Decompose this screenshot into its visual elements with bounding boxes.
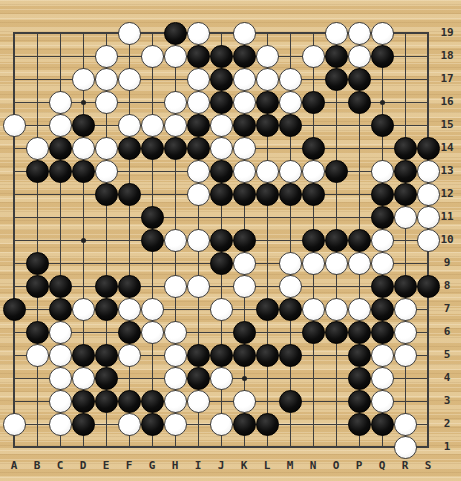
stone-black[interactable] xyxy=(141,229,164,252)
stone-white[interactable] xyxy=(72,137,95,160)
stone-black[interactable] xyxy=(26,275,49,298)
stone-black[interactable] xyxy=(256,114,279,137)
stone-black[interactable] xyxy=(187,344,210,367)
column-label-F: F xyxy=(121,459,137,473)
stone-black[interactable] xyxy=(325,68,348,91)
stone-white[interactable] xyxy=(233,390,256,413)
stone-black[interactable] xyxy=(72,114,95,137)
stone-white[interactable] xyxy=(256,68,279,91)
stone-black[interactable] xyxy=(348,390,371,413)
stone-black[interactable] xyxy=(72,390,95,413)
stone-white[interactable] xyxy=(210,367,233,390)
stone-black[interactable] xyxy=(394,137,417,160)
stone-white[interactable] xyxy=(210,137,233,160)
stone-black[interactable] xyxy=(95,390,118,413)
stone-white[interactable] xyxy=(394,206,417,229)
stone-black[interactable] xyxy=(233,183,256,206)
stone-black[interactable] xyxy=(325,160,348,183)
stone-black[interactable] xyxy=(233,321,256,344)
stone-black[interactable] xyxy=(95,367,118,390)
stone-black[interactable] xyxy=(394,275,417,298)
stone-white[interactable] xyxy=(26,344,49,367)
stone-white[interactable] xyxy=(279,275,302,298)
row-label-9: 9 xyxy=(436,256,458,270)
stone-white[interactable] xyxy=(141,114,164,137)
stone-black[interactable] xyxy=(371,183,394,206)
stone-black[interactable] xyxy=(95,298,118,321)
stone-white[interactable] xyxy=(371,252,394,275)
stone-white[interactable] xyxy=(141,321,164,344)
stone-white[interactable] xyxy=(394,413,417,436)
stone-white[interactable] xyxy=(118,344,141,367)
row-label-12: 12 xyxy=(436,187,458,201)
stone-black[interactable] xyxy=(141,137,164,160)
stone-black[interactable] xyxy=(325,321,348,344)
stone-black[interactable] xyxy=(210,160,233,183)
stone-white[interactable] xyxy=(233,160,256,183)
stone-white[interactable] xyxy=(187,390,210,413)
stone-white[interactable] xyxy=(95,137,118,160)
row-label-13: 13 xyxy=(436,164,458,178)
column-label-K: K xyxy=(236,459,252,473)
stone-white[interactable] xyxy=(164,229,187,252)
column-label-L: L xyxy=(259,459,275,473)
stone-black[interactable] xyxy=(187,137,210,160)
stone-white[interactable] xyxy=(394,436,417,459)
stone-black[interactable] xyxy=(141,390,164,413)
column-label-E: E xyxy=(98,459,114,473)
stone-black[interactable] xyxy=(118,321,141,344)
stone-black[interactable] xyxy=(302,183,325,206)
stone-white[interactable] xyxy=(72,68,95,91)
stone-white[interactable] xyxy=(348,298,371,321)
stone-white[interactable] xyxy=(118,68,141,91)
stone-white[interactable] xyxy=(118,413,141,436)
stone-white[interactable] xyxy=(164,321,187,344)
column-label-O: O xyxy=(328,459,344,473)
stone-black[interactable] xyxy=(210,344,233,367)
stone-white[interactable] xyxy=(279,68,302,91)
stone-black[interactable] xyxy=(118,390,141,413)
stone-black[interactable] xyxy=(49,160,72,183)
stone-white[interactable] xyxy=(49,367,72,390)
row-label-14: 14 xyxy=(436,141,458,155)
stone-black[interactable] xyxy=(371,321,394,344)
stone-white[interactable] xyxy=(118,22,141,45)
column-label-H: H xyxy=(167,459,183,473)
stone-white[interactable] xyxy=(49,390,72,413)
stone-white[interactable] xyxy=(164,344,187,367)
stone-white[interactable] xyxy=(49,114,72,137)
stone-white[interactable] xyxy=(325,252,348,275)
stone-black[interactable] xyxy=(348,344,371,367)
stone-white[interactable] xyxy=(371,390,394,413)
stone-white[interactable] xyxy=(233,68,256,91)
stone-black[interactable] xyxy=(233,344,256,367)
stone-white[interactable] xyxy=(49,91,72,114)
star-point xyxy=(81,238,86,243)
stone-black[interactable] xyxy=(49,298,72,321)
column-label-B: B xyxy=(29,459,45,473)
stone-black[interactable] xyxy=(210,45,233,68)
stone-black[interactable] xyxy=(256,298,279,321)
stone-white[interactable] xyxy=(26,137,49,160)
stone-white[interactable] xyxy=(371,160,394,183)
stone-white[interactable] xyxy=(187,275,210,298)
row-label-4: 4 xyxy=(436,371,458,385)
stone-black[interactable] xyxy=(371,45,394,68)
column-label-I: I xyxy=(190,459,206,473)
stone-white[interactable] xyxy=(141,298,164,321)
row-label-19: 19 xyxy=(436,26,458,40)
stone-white[interactable] xyxy=(187,68,210,91)
column-label-N: N xyxy=(305,459,321,473)
stone-white[interactable] xyxy=(302,45,325,68)
stone-white[interactable] xyxy=(371,344,394,367)
stone-white[interactable] xyxy=(233,91,256,114)
row-label-2: 2 xyxy=(436,417,458,431)
stone-white[interactable] xyxy=(394,344,417,367)
stone-white[interactable] xyxy=(164,275,187,298)
row-label-18: 18 xyxy=(436,49,458,63)
stone-white[interactable] xyxy=(394,321,417,344)
column-label-J: J xyxy=(213,459,229,473)
row-label-15: 15 xyxy=(436,118,458,132)
row-label-6: 6 xyxy=(436,325,458,339)
stone-white[interactable] xyxy=(233,22,256,45)
column-label-A: A xyxy=(6,459,22,473)
stone-black[interactable] xyxy=(279,298,302,321)
stone-white[interactable] xyxy=(187,22,210,45)
stone-black[interactable] xyxy=(95,183,118,206)
stone-white[interactable] xyxy=(49,321,72,344)
stone-white[interactable] xyxy=(49,344,72,367)
stone-black[interactable] xyxy=(210,91,233,114)
row-label-3: 3 xyxy=(436,394,458,408)
stone-white[interactable] xyxy=(95,91,118,114)
row-label-10: 10 xyxy=(436,233,458,247)
stone-black[interactable] xyxy=(325,45,348,68)
star-point xyxy=(380,100,385,105)
stone-black[interactable] xyxy=(187,45,210,68)
stone-white[interactable] xyxy=(164,91,187,114)
column-label-P: P xyxy=(351,459,367,473)
stone-white[interactable] xyxy=(187,229,210,252)
column-label-D: D xyxy=(75,459,91,473)
stone-black[interactable] xyxy=(233,114,256,137)
stone-black[interactable] xyxy=(49,137,72,160)
stone-black[interactable] xyxy=(348,321,371,344)
row-label-11: 11 xyxy=(436,210,458,224)
column-label-R: R xyxy=(397,459,413,473)
stone-black[interactable] xyxy=(302,137,325,160)
stone-black[interactable] xyxy=(256,91,279,114)
stone-white[interactable] xyxy=(95,160,118,183)
stone-black[interactable] xyxy=(233,413,256,436)
stone-white[interactable] xyxy=(302,160,325,183)
stone-white[interactable] xyxy=(3,413,26,436)
stone-black[interactable] xyxy=(164,22,187,45)
star-point xyxy=(81,100,86,105)
stone-black[interactable] xyxy=(187,367,210,390)
stone-black[interactable] xyxy=(95,344,118,367)
stone-white[interactable] xyxy=(348,45,371,68)
stone-black[interactable] xyxy=(141,206,164,229)
stone-black[interactable] xyxy=(256,183,279,206)
stone-white[interactable] xyxy=(279,252,302,275)
stone-black[interactable] xyxy=(279,390,302,413)
column-label-Q: Q xyxy=(374,459,390,473)
stone-white[interactable] xyxy=(164,413,187,436)
stone-black[interactable] xyxy=(348,367,371,390)
stone-black[interactable] xyxy=(118,183,141,206)
stone-white[interactable] xyxy=(348,252,371,275)
stone-black[interactable] xyxy=(371,206,394,229)
stone-black[interactable] xyxy=(394,160,417,183)
stone-black[interactable] xyxy=(72,344,95,367)
row-label-7: 7 xyxy=(436,302,458,316)
grid-line-horizontal xyxy=(13,446,429,448)
stone-white[interactable] xyxy=(210,114,233,137)
stone-black[interactable] xyxy=(95,275,118,298)
stone-white[interactable] xyxy=(118,114,141,137)
stone-black[interactable] xyxy=(141,413,164,436)
stone-white[interactable] xyxy=(325,22,348,45)
stone-white[interactable] xyxy=(371,229,394,252)
stone-white[interactable] xyxy=(95,45,118,68)
stone-black[interactable] xyxy=(279,114,302,137)
grid-line-vertical xyxy=(405,32,406,448)
stone-black[interactable] xyxy=(302,321,325,344)
stone-white[interactable] xyxy=(164,45,187,68)
stone-black[interactable] xyxy=(210,252,233,275)
stone-black[interactable] xyxy=(371,114,394,137)
stone-black[interactable] xyxy=(233,229,256,252)
stone-black[interactable] xyxy=(394,183,417,206)
row-label-17: 17 xyxy=(436,72,458,86)
stone-black[interactable] xyxy=(348,229,371,252)
stone-white[interactable] xyxy=(72,298,95,321)
row-label-16: 16 xyxy=(436,95,458,109)
stone-black[interactable] xyxy=(164,137,187,160)
column-label-M: M xyxy=(282,459,298,473)
stone-white[interactable] xyxy=(394,298,417,321)
stone-black[interactable] xyxy=(371,413,394,436)
column-label-C: C xyxy=(52,459,68,473)
column-label-G: G xyxy=(144,459,160,473)
stone-black[interactable] xyxy=(187,114,210,137)
stone-black[interactable] xyxy=(26,252,49,275)
go-board[interactable]: ABCDEFGHIJKLMNOPQRS 19181716151413121110… xyxy=(0,0,461,481)
stone-white[interactable] xyxy=(118,298,141,321)
stone-white[interactable] xyxy=(164,114,187,137)
stone-white[interactable] xyxy=(3,114,26,137)
row-label-1: 1 xyxy=(436,440,458,454)
stone-black[interactable] xyxy=(210,229,233,252)
stone-white[interactable] xyxy=(187,91,210,114)
stone-black[interactable] xyxy=(256,413,279,436)
stone-black[interactable] xyxy=(118,275,141,298)
star-point xyxy=(242,376,247,381)
row-label-5: 5 xyxy=(436,348,458,362)
stone-white[interactable] xyxy=(72,367,95,390)
stone-white[interactable] xyxy=(348,22,371,45)
stone-black[interactable] xyxy=(210,68,233,91)
stone-black[interactable] xyxy=(72,160,95,183)
stone-white[interactable] xyxy=(210,413,233,436)
stone-black[interactable] xyxy=(49,275,72,298)
stone-white[interactable] xyxy=(233,275,256,298)
stone-black[interactable] xyxy=(118,137,141,160)
stone-white[interactable] xyxy=(187,160,210,183)
stone-white[interactable] xyxy=(164,367,187,390)
stone-black[interactable] xyxy=(279,183,302,206)
stone-black[interactable] xyxy=(210,183,233,206)
stone-white[interactable] xyxy=(279,160,302,183)
stone-black[interactable] xyxy=(325,229,348,252)
stone-white[interactable] xyxy=(371,22,394,45)
stone-black[interactable] xyxy=(371,275,394,298)
stone-white[interactable] xyxy=(233,252,256,275)
stone-white[interactable] xyxy=(95,68,118,91)
row-label-8: 8 xyxy=(436,279,458,293)
stone-black[interactable] xyxy=(348,68,371,91)
stone-white[interactable] xyxy=(256,45,279,68)
stone-black[interactable] xyxy=(3,298,26,321)
stone-white[interactable] xyxy=(49,413,72,436)
stone-white[interactable] xyxy=(256,160,279,183)
stone-black[interactable] xyxy=(348,413,371,436)
stone-black[interactable] xyxy=(371,298,394,321)
stone-white[interactable] xyxy=(325,298,348,321)
stone-white[interactable] xyxy=(210,298,233,321)
stone-black[interactable] xyxy=(72,413,95,436)
stone-black[interactable] xyxy=(256,344,279,367)
stone-white[interactable] xyxy=(302,252,325,275)
grid-line-horizontal xyxy=(13,286,429,287)
stone-white[interactable] xyxy=(302,298,325,321)
stone-black[interactable] xyxy=(302,229,325,252)
stone-black[interactable] xyxy=(302,91,325,114)
stone-white[interactable] xyxy=(371,367,394,390)
stone-white[interactable] xyxy=(164,390,187,413)
stone-white[interactable] xyxy=(279,91,302,114)
stone-white[interactable] xyxy=(233,137,256,160)
column-label-S: S xyxy=(420,459,436,473)
stone-black[interactable] xyxy=(26,160,49,183)
stone-white[interactable] xyxy=(187,183,210,206)
stone-black[interactable] xyxy=(348,91,371,114)
stone-black[interactable] xyxy=(279,344,302,367)
stone-black[interactable] xyxy=(233,45,256,68)
stone-white[interactable] xyxy=(141,45,164,68)
stone-black[interactable] xyxy=(26,321,49,344)
